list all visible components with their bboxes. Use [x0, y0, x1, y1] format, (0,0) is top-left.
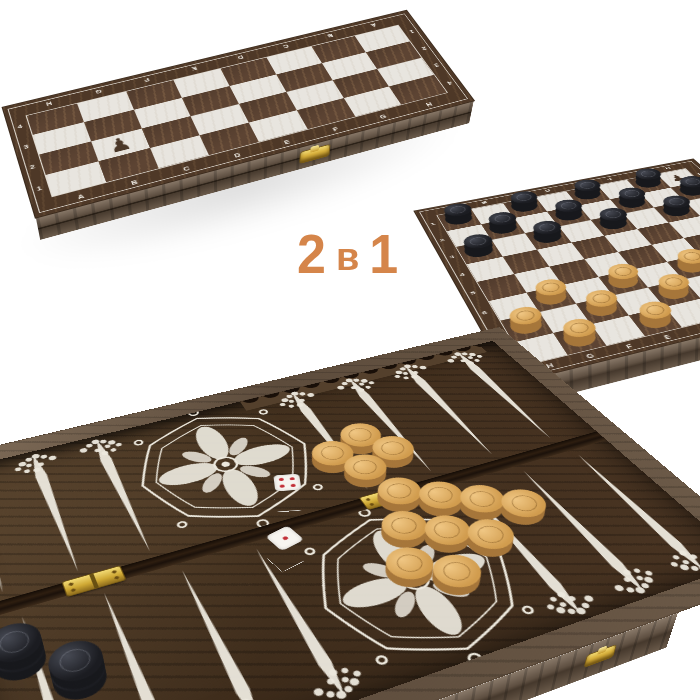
board-square[interactable]: [200, 123, 259, 155]
die-pip: [280, 484, 285, 487]
checker-ring-engraving: [559, 201, 578, 210]
wooden-checker[interactable]: [582, 299, 621, 321]
checker-ring-engraving: [57, 646, 94, 676]
checker-ring-engraving: [681, 251, 700, 262]
checker-ring-engraving: [345, 426, 375, 443]
checker-ring-engraving: [387, 515, 421, 537]
checker-ring-engraving: [392, 551, 428, 575]
checker-ring-engraving: [604, 210, 624, 219]
brass-clasp[interactable]: [585, 645, 616, 667]
checker-ring-engraving: [612, 266, 634, 277]
board-square[interactable]: [249, 110, 308, 142]
board-square[interactable]: ♟: [91, 129, 150, 162]
checker-ring-engraving: [663, 276, 685, 287]
black-checker-stack[interactable]: [48, 654, 113, 700]
checker-ring-engraving: [540, 281, 562, 293]
badge-letter-v: в: [336, 232, 359, 276]
checker-ring-engraving: [377, 439, 408, 457]
checker-ring-engraving: [622, 189, 641, 198]
badge-digit-1: 1: [369, 227, 398, 282]
checker-ring-engraving: [507, 493, 542, 514]
checker-ring-engraving: [424, 485, 457, 505]
checker-ring-engraving: [465, 489, 499, 509]
wooden-checker[interactable]: [634, 310, 675, 332]
product-photo-stage: ABCDEFGHHGFEDCBA43211234♟ HGFEDCBAABCDEF…: [0, 0, 700, 700]
checker-ring-engraving: [430, 519, 465, 541]
checker-ring-engraving: [439, 559, 476, 583]
die-pip: [290, 483, 295, 486]
two-in-one-badge: 2 в 1: [297, 228, 398, 280]
checker-ring-engraving: [473, 523, 509, 545]
checker-ring-engraving: [591, 292, 613, 304]
die-top-face: [273, 474, 301, 492]
checker-ring-engraving: [317, 444, 348, 462]
black-checker[interactable]: [531, 229, 566, 246]
die[interactable]: [274, 494, 302, 512]
die-pip: [289, 477, 294, 480]
checker-ring-engraving: [515, 309, 537, 322]
brass-clasp[interactable]: [300, 145, 329, 163]
checker-ring-engraving: [667, 197, 687, 206]
wooden-checker[interactable]: [654, 283, 693, 304]
checker-ring-engraving: [643, 304, 666, 316]
checker-ring-engraving: [568, 321, 591, 334]
checker-ring-engraving: [538, 223, 558, 233]
checker-ring-engraving: [349, 458, 381, 477]
checker-ring-engraving: [683, 178, 700, 186]
printed-pawn-icon: ♟: [91, 129, 150, 162]
checker-ring-engraving: [0, 628, 32, 657]
die-pip: [281, 535, 288, 540]
black-checker[interactable]: [443, 212, 476, 228]
badge-digit-2: 2: [297, 227, 326, 282]
coordinate-label: 4: [11, 116, 30, 139]
wooden-checker[interactable]: [559, 328, 600, 352]
die-pip: [279, 478, 284, 481]
checker-ring-engraving: [493, 214, 512, 223]
checker-ring-engraving: [469, 236, 489, 246]
